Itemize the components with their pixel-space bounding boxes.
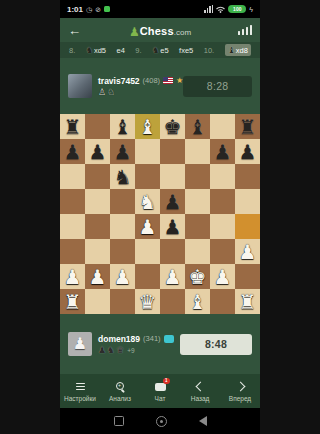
square-f4[interactable]	[185, 214, 210, 239]
square-d5[interactable]: ♞	[135, 189, 160, 214]
square-b4[interactable]	[85, 214, 110, 239]
square-c7[interactable]: ♟	[110, 139, 135, 164]
nav-chat[interactable]: 1 Чат	[140, 374, 180, 408]
square-a4[interactable]	[60, 214, 85, 239]
nav-settings-label: Настройки	[64, 395, 96, 402]
square-d8[interactable]: ♝	[135, 114, 160, 139]
android-home-button[interactable]	[156, 416, 167, 427]
captured-piece-icon: ♙	[98, 88, 106, 97]
square-e1[interactable]	[160, 289, 185, 314]
nav-back-label: Назад	[191, 395, 210, 402]
chesscom-logo: ♟Chess.com	[60, 21, 260, 39]
chevron-left-icon	[195, 382, 205, 392]
captured-piece-icon: ♞	[107, 346, 115, 355]
nav-analysis[interactable]: + Анализ	[100, 374, 140, 408]
nav-forward-move[interactable]: Вперед	[220, 374, 260, 408]
top-player-clock: 8:28	[183, 76, 252, 97]
square-c4[interactable]	[110, 214, 135, 239]
logo-pawn-icon: ♟	[129, 25, 140, 39]
top-player-username[interactable]: travis7452	[98, 76, 140, 86]
move-token[interactable]: ♝xd8	[225, 44, 251, 56]
square-g4[interactable]	[210, 214, 235, 239]
connection-strength-icon	[238, 25, 253, 35]
piece-black-b-c8: ♝	[110, 114, 135, 139]
bottom-player-avatar[interactable]: ♟	[68, 332, 92, 356]
piece-black-r-h8: ♜	[235, 114, 260, 139]
top-player-avatar[interactable]	[68, 74, 92, 98]
piece-white-p-c2: ♟	[110, 264, 135, 289]
analysis-magnifier-icon: +	[116, 382, 125, 391]
piece-white-q-d1: ♛	[135, 289, 160, 314]
square-a6[interactable]	[60, 164, 85, 189]
piece-white-r-h1: ♜	[235, 289, 260, 314]
bottom-player-clock: 8:48	[180, 334, 252, 355]
bottom-player-rating: (341)	[143, 334, 161, 343]
piece-white-k-f2: ♚	[185, 264, 210, 289]
square-d6[interactable]	[135, 164, 160, 189]
square-h5[interactable]	[235, 189, 260, 214]
square-e2[interactable]: ♟	[160, 264, 185, 289]
square-f6[interactable]	[185, 164, 210, 189]
piece-white-n-d5: ♞	[135, 189, 160, 214]
square-c6[interactable]: ♞	[110, 164, 135, 189]
piece-white-p-b2: ♟	[85, 264, 110, 289]
square-a7[interactable]: ♟	[60, 139, 85, 164]
move-token[interactable]: e4	[116, 46, 124, 55]
square-e6[interactable]	[160, 164, 185, 189]
square-e8[interactable]: ♚	[160, 114, 185, 139]
square-d3[interactable]	[135, 239, 160, 264]
settings-list-icon	[76, 383, 85, 391]
piece-black-n-c6: ♞	[110, 164, 135, 189]
status-bar: 1:01 ◷ ⊘ 100 ϟ	[60, 0, 260, 18]
square-a5[interactable]	[60, 189, 85, 214]
top-captured-pieces: ♙♘	[98, 88, 183, 97]
move-number: 10.	[204, 46, 214, 55]
bottom-nav-bar: Настройки + Анализ 1 Чат Назад Вперед	[60, 374, 260, 408]
square-f2[interactable]: ♚	[185, 264, 210, 289]
piece-white-b-f1: ♝	[185, 289, 210, 314]
piece-black-b-f8: ♝	[185, 114, 210, 139]
move-number: 9.	[135, 46, 141, 55]
nav-settings[interactable]: Настройки	[60, 374, 100, 408]
square-h3[interactable]: ♟	[235, 239, 260, 264]
membership-badge-icon	[164, 335, 174, 343]
flash-icon: ϟ	[249, 6, 253, 13]
android-recents-button[interactable]	[114, 416, 124, 426]
square-e5[interactable]: ♟	[160, 189, 185, 214]
square-e3[interactable]	[160, 239, 185, 264]
piece-white-p-e2: ♟	[160, 264, 185, 289]
square-c8[interactable]: ♝	[110, 114, 135, 139]
square-b8[interactable]	[85, 114, 110, 139]
android-back-button[interactable]	[199, 416, 207, 426]
piece-black-p-b7: ♟	[85, 139, 110, 164]
move-token[interactable]: ♞xd5	[86, 45, 106, 55]
captured-piece-icon: ♘	[107, 88, 115, 97]
square-h6[interactable]	[235, 164, 260, 189]
top-player-rating: (408)	[143, 76, 161, 85]
captured-piece-icon: ♟	[98, 346, 106, 355]
notification-app-icon	[104, 6, 110, 12]
chess-board: ♜♝♝♚♝♜♟♟♟♟♟♞♞♟♟♟♟♟♟♟♟♚♟♜♛♝♜	[60, 114, 260, 314]
alarm-icon: ◷	[86, 6, 92, 13]
nav-forward-label: Вперед	[229, 395, 251, 402]
move-token[interactable]: ♞e5	[152, 45, 168, 55]
chevron-right-icon	[235, 382, 245, 392]
square-a8[interactable]: ♜	[60, 114, 85, 139]
square-g2[interactable]: ♟	[210, 264, 235, 289]
nav-chat-label: Чат	[155, 395, 166, 402]
square-a2[interactable]: ♟	[60, 264, 85, 289]
square-h8[interactable]: ♜	[235, 114, 260, 139]
player-bottom-white: ♟ domen189 (341) ♟♞♛+9 8:48	[60, 314, 260, 374]
piece-black-p-e4: ♟	[160, 214, 185, 239]
piece-black-r-a8: ♜	[60, 114, 85, 139]
square-c5[interactable]	[110, 189, 135, 214]
logo-text: Chess	[140, 25, 174, 37]
app-screen: 1:01 ◷ ⊘ 100 ϟ ← ♟Chess.com 8.♞xd5e49.♞e…	[60, 0, 260, 434]
square-f8[interactable]: ♝	[185, 114, 210, 139]
piece-white-p-d4: ♟	[135, 214, 160, 239]
square-f7[interactable]	[185, 139, 210, 164]
square-e4[interactable]: ♟	[160, 214, 185, 239]
square-b7[interactable]: ♟	[85, 139, 110, 164]
square-d7[interactable]	[135, 139, 160, 164]
square-d2[interactable]	[135, 264, 160, 289]
back-arrow-button[interactable]: ←	[68, 24, 81, 37]
status-time: 1:01	[67, 5, 83, 14]
wifi-icon	[216, 6, 225, 13]
move-list-bar: 8.♞xd5e49.♞e5fxe510.♝xd8	[60, 42, 260, 58]
piece-black-p-c7: ♟	[110, 139, 135, 164]
captured-piece-icon: ♛	[116, 346, 124, 355]
square-d1[interactable]: ♛	[135, 289, 160, 314]
square-h2[interactable]	[235, 264, 260, 289]
us-flag-icon	[163, 77, 173, 84]
piece-black-p-a7: ♟	[60, 139, 85, 164]
square-f1[interactable]: ♝	[185, 289, 210, 314]
material-advantage: +9	[127, 347, 134, 354]
square-g1[interactable]	[210, 289, 235, 314]
square-b5[interactable]	[85, 189, 110, 214]
square-f5[interactable]	[185, 189, 210, 214]
move-piece-icon: ♞	[86, 45, 94, 55]
piece-black-p-e5: ♟	[160, 189, 185, 214]
square-d4[interactable]: ♟	[135, 214, 160, 239]
mute-icon: ⊘	[95, 6, 101, 13]
android-nav-bar	[60, 408, 260, 434]
bottom-player-username[interactable]: domen189	[98, 334, 140, 344]
square-f3[interactable]	[185, 239, 210, 264]
move-piece-icon: ♞	[152, 45, 160, 55]
app-header: ← ♟Chess.com	[60, 18, 260, 42]
square-g6[interactable]	[210, 164, 235, 189]
square-c1[interactable]	[110, 289, 135, 314]
square-b6[interactable]	[85, 164, 110, 189]
cell-signal-icon	[204, 5, 213, 13]
chat-unread-badge: 1	[163, 378, 170, 385]
square-h4[interactable]	[235, 214, 260, 239]
logo-suffix: .com	[174, 28, 191, 37]
piece-white-r-a1: ♜	[60, 289, 85, 314]
square-h1[interactable]: ♜	[235, 289, 260, 314]
square-a1[interactable]: ♜	[60, 289, 85, 314]
square-c3[interactable]	[110, 239, 135, 264]
player-top-black: travis7452 (408) ★ ♙♘ 8:28	[60, 58, 260, 114]
move-token[interactable]: fxe5	[179, 46, 193, 55]
piece-black-p-g7: ♟	[210, 139, 235, 164]
piece-white-p-g2: ♟	[210, 264, 235, 289]
move-number: 8.	[69, 46, 75, 55]
square-b1[interactable]	[85, 289, 110, 314]
default-avatar-pawn-icon: ♟	[73, 336, 87, 352]
square-b2[interactable]: ♟	[85, 264, 110, 289]
nav-analysis-label: Анализ	[109, 395, 131, 402]
bottom-captured-pieces: ♟♞♛+9	[98, 346, 174, 355]
piece-white-b-d8: ♝	[135, 114, 160, 139]
square-g7[interactable]: ♟	[210, 139, 235, 164]
nav-back-move[interactable]: Назад	[180, 374, 220, 408]
square-a3[interactable]	[60, 239, 85, 264]
battery-icon: 100	[228, 5, 246, 13]
piece-black-p-h7: ♟	[235, 139, 260, 164]
square-b3[interactable]	[85, 239, 110, 264]
square-g5[interactable]	[210, 189, 235, 214]
piece-white-p-h3: ♟	[235, 239, 260, 264]
piece-black-k-e8: ♚	[160, 114, 185, 139]
star-badge-icon: ★	[176, 77, 183, 85]
piece-white-p-a2: ♟	[60, 264, 85, 289]
square-e7[interactable]	[160, 139, 185, 164]
square-c2[interactable]: ♟	[110, 264, 135, 289]
square-h7[interactable]: ♟	[235, 139, 260, 164]
move-piece-icon: ♝	[228, 45, 236, 55]
square-g3[interactable]	[210, 239, 235, 264]
square-g8[interactable]	[210, 114, 235, 139]
